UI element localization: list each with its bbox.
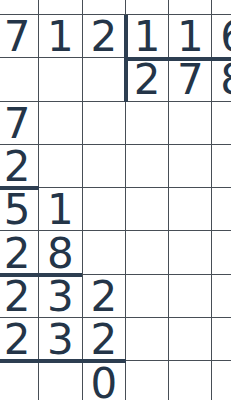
empty-cell-r5-c2 bbox=[83, 188, 126, 231]
digit-cell-r6-c0: 2 bbox=[0, 231, 39, 274]
digit-cell-r2-c3: 2 bbox=[126, 58, 169, 101]
empty-cell-r5-c4 bbox=[169, 188, 212, 231]
digit-cell-r1-c1: 1 bbox=[39, 15, 82, 58]
empty-cell-r7-c3 bbox=[126, 275, 169, 318]
digit-cell-r7-c1: 3 bbox=[39, 275, 82, 318]
empty-cell-r8-c3 bbox=[126, 318, 169, 361]
empty-cell-r4-c5 bbox=[212, 145, 231, 188]
digit-cell-r1-c0: 7 bbox=[0, 15, 39, 58]
digit-cell-r7-c2: 2 bbox=[83, 275, 126, 318]
digit-cell-r3-c0: 7 bbox=[0, 102, 39, 145]
empty-cell-r9-c3 bbox=[126, 361, 169, 400]
empty-cell-r6-c4 bbox=[169, 231, 212, 274]
empty-cell-r5-c5 bbox=[212, 188, 231, 231]
empty-cell-r4-c2 bbox=[83, 145, 126, 188]
digit-cell-r4-c0: 2 bbox=[0, 145, 39, 188]
empty-cell-r3-c5 bbox=[212, 102, 231, 145]
empty-cell-r2-c1 bbox=[39, 58, 82, 101]
empty-cell-r3-c2 bbox=[83, 102, 126, 145]
digit-cell-r8-c2: 2 bbox=[83, 318, 126, 361]
digit-cell-r1-c4: 1 bbox=[169, 15, 212, 58]
empty-cell-r3-c4 bbox=[169, 102, 212, 145]
subtraction-underline-3 bbox=[0, 359, 126, 363]
empty-cell-r9-c0 bbox=[0, 361, 39, 400]
digit-cell-r8-c0: 2 bbox=[0, 318, 39, 361]
digit-cell-r2-c4: 7 bbox=[169, 58, 212, 101]
division-bracket-horizontal-bar bbox=[124, 57, 231, 61]
empty-cell-r4-c4 bbox=[169, 145, 212, 188]
empty-cell-r6-c3 bbox=[126, 231, 169, 274]
subtraction-underline-1 bbox=[0, 186, 39, 190]
empty-cell-r8-c5 bbox=[212, 318, 231, 361]
empty-cell-r7-c4 bbox=[169, 275, 212, 318]
empty-cell-r5-c3 bbox=[126, 188, 169, 231]
squared-paper-long-division: 7121162787251282322320 bbox=[0, 0, 231, 400]
empty-cell-r2-c2 bbox=[83, 58, 126, 101]
digit-cell-r9-c2: 0 bbox=[83, 361, 126, 400]
digit-cell-r6-c1: 8 bbox=[39, 231, 82, 274]
empty-cell-r7-c5 bbox=[212, 275, 231, 318]
empty-cell-r3-c3 bbox=[126, 102, 169, 145]
digit-cell-r7-c0: 2 bbox=[0, 275, 39, 318]
empty-cell-r9-c5 bbox=[212, 361, 231, 400]
empty-cell-r6-c2 bbox=[83, 231, 126, 274]
digit-cell-r5-c0: 5 bbox=[0, 188, 39, 231]
empty-cell-r2-c0 bbox=[0, 58, 39, 101]
digit-cell-r8-c1: 3 bbox=[39, 318, 82, 361]
empty-cell-r4-c1 bbox=[39, 145, 82, 188]
digit-cell-r5-c1: 1 bbox=[39, 188, 82, 231]
subtraction-underline-2 bbox=[0, 273, 82, 277]
empty-cell-r9-c1 bbox=[39, 361, 82, 400]
digit-cell-r1-c3: 1 bbox=[126, 15, 169, 58]
digit-cell-r1-c2: 2 bbox=[83, 15, 126, 58]
empty-cell-r8-c4 bbox=[169, 318, 212, 361]
empty-cell-r3-c1 bbox=[39, 102, 82, 145]
empty-cell-r9-c4 bbox=[169, 361, 212, 400]
empty-cell-r4-c3 bbox=[126, 145, 169, 188]
digit-cell-r2-c5: 8 bbox=[212, 58, 231, 101]
digit-cell-r1-c5: 6 bbox=[212, 15, 231, 58]
empty-cell-r6-c5 bbox=[212, 231, 231, 274]
